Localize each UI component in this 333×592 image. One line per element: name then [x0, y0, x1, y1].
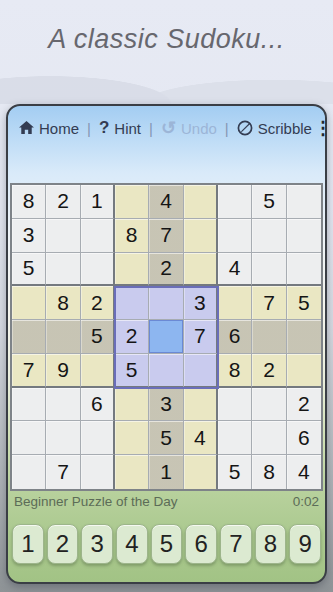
cell-r3c1[interactable]: 5: [12, 253, 46, 287]
cell-r2c8[interactable]: [252, 219, 286, 253]
numpad-button-9[interactable]: 9: [289, 524, 321, 564]
cell-r3c5[interactable]: 2: [149, 253, 183, 287]
cell-r2c1[interactable]: 3: [12, 219, 46, 253]
cell-r4c6[interactable]: 3: [184, 286, 218, 320]
cell-r5c6[interactable]: 7: [184, 320, 218, 354]
cell-r3c2[interactable]: [46, 253, 80, 287]
cell-r5c3[interactable]: 5: [81, 320, 115, 354]
toolbar-separator: |: [87, 120, 91, 137]
background-hills: [0, 58, 333, 104]
cell-r2c3[interactable]: [81, 219, 115, 253]
cell-r1c6[interactable]: [184, 185, 218, 219]
cell-r1c1[interactable]: 8: [12, 185, 46, 219]
toolbar: Home | ? Hint | ↺ Undo | Scribble ⋮: [8, 106, 325, 150]
cell-r1c2[interactable]: 2: [46, 185, 80, 219]
cell-r9c8[interactable]: 8: [252, 455, 286, 489]
cell-r5c7[interactable]: 6: [218, 320, 252, 354]
cell-r9c6[interactable]: [184, 455, 218, 489]
sudoku-grid: 821453875248237552767958263254671584: [10, 183, 323, 491]
cell-r6c3[interactable]: [81, 354, 115, 388]
status-bar: Beginner Puzzle of the Day 0:02: [8, 491, 325, 509]
hint-label: Hint: [114, 120, 141, 137]
cell-r4c3[interactable]: 2: [81, 286, 115, 320]
cell-r1c3[interactable]: 1: [81, 185, 115, 219]
cell-r4c9[interactable]: 5: [287, 286, 321, 320]
undo-label: Undo: [181, 120, 217, 137]
cell-r2c7[interactable]: [218, 219, 252, 253]
numpad-button-1[interactable]: 1: [12, 524, 44, 564]
cell-r7c9[interactable]: 2: [287, 388, 321, 422]
toolbar-separator: |: [149, 120, 153, 137]
cell-r3c8[interactable]: [252, 253, 286, 287]
cell-r6c9[interactable]: [287, 354, 321, 388]
undo-icon: ↺: [161, 121, 176, 135]
cell-r9c9[interactable]: 4: [287, 455, 321, 489]
cell-r2c2[interactable]: [46, 219, 80, 253]
cell-r2c4[interactable]: 8: [115, 219, 149, 253]
page-title: A classic Sudoku...: [0, 24, 333, 55]
cell-r8c8[interactable]: [252, 421, 286, 455]
cell-r8c2[interactable]: [46, 421, 80, 455]
cell-r5c8[interactable]: [252, 320, 286, 354]
cell-r8c3[interactable]: [81, 421, 115, 455]
cell-r7c6[interactable]: [184, 388, 218, 422]
cell-r8c6[interactable]: 4: [184, 421, 218, 455]
cell-r7c2[interactable]: [46, 388, 80, 422]
home-label: Home: [39, 120, 79, 137]
numpad-button-4[interactable]: 4: [116, 524, 148, 564]
cell-r9c7[interactable]: 5: [218, 455, 252, 489]
cell-r4c8[interactable]: 7: [252, 286, 286, 320]
hint-button[interactable]: ? Hint: [99, 118, 141, 138]
cell-r9c2[interactable]: 7: [46, 455, 80, 489]
cell-r8c5[interactable]: 5: [149, 421, 183, 455]
cell-r6c6[interactable]: [184, 354, 218, 388]
cell-r3c7[interactable]: 4: [218, 253, 252, 287]
numpad-button-8[interactable]: 8: [255, 524, 287, 564]
cell-r3c4[interactable]: [115, 253, 149, 287]
cell-r2c5[interactable]: 7: [149, 219, 183, 253]
cell-r1c9[interactable]: [287, 185, 321, 219]
cell-r6c2[interactable]: 9: [46, 354, 80, 388]
cell-r1c4[interactable]: [115, 185, 149, 219]
cell-r5c9[interactable]: [287, 320, 321, 354]
cell-r6c4[interactable]: 5: [115, 354, 149, 388]
cell-r4c5[interactable]: [149, 286, 183, 320]
cell-r7c7[interactable]: [218, 388, 252, 422]
cell-r2c6[interactable]: [184, 219, 218, 253]
cell-r1c5[interactable]: 4: [149, 185, 183, 219]
cell-r3c9[interactable]: [287, 253, 321, 287]
cell-r8c9[interactable]: 6: [287, 421, 321, 455]
cell-r8c4[interactable]: [115, 421, 149, 455]
game-card: Home | ? Hint | ↺ Undo | Scribble ⋮: [6, 104, 327, 584]
cell-r4c7[interactable]: [218, 286, 252, 320]
cell-r7c1[interactable]: [12, 388, 46, 422]
cell-r8c7[interactable]: [218, 421, 252, 455]
home-button[interactable]: Home: [19, 120, 79, 137]
numpad-button-2[interactable]: 2: [47, 524, 79, 564]
cell-r9c1[interactable]: [12, 455, 46, 489]
cell-r9c4[interactable]: [115, 455, 149, 489]
cell-r4c2[interactable]: 8: [46, 286, 80, 320]
cell-r2c9[interactable]: [287, 219, 321, 253]
board-area: 821453875248237552767958263254671584: [10, 183, 323, 491]
timer: 0:02: [293, 494, 319, 509]
cell-r5c5[interactable]: [149, 320, 183, 354]
scribble-label: Scribble: [258, 120, 312, 137]
kebab-menu-button[interactable]: ⋮: [312, 120, 327, 136]
cell-r7c4[interactable]: [115, 388, 149, 422]
toolbar-separator: |: [225, 120, 229, 137]
cell-r5c1[interactable]: [12, 320, 46, 354]
cell-r1c8[interactable]: 5: [252, 185, 286, 219]
cell-r5c4[interactable]: 2: [115, 320, 149, 354]
cell-r6c7[interactable]: 8: [218, 354, 252, 388]
cell-r8c1[interactable]: [12, 421, 46, 455]
cell-r6c1[interactable]: 7: [12, 354, 46, 388]
scribble-button[interactable]: Scribble: [237, 120, 312, 137]
undo-button[interactable]: ↺ Undo: [161, 120, 217, 137]
cell-r3c3[interactable]: [81, 253, 115, 287]
numpad-button-3[interactable]: 3: [81, 524, 113, 564]
cell-r7c5[interactable]: 3: [149, 388, 183, 422]
cell-r4c4[interactable]: [115, 286, 149, 320]
cell-r7c3[interactable]: 6: [81, 388, 115, 422]
cell-r9c5[interactable]: 1: [149, 455, 183, 489]
numpad: 123456789: [8, 509, 325, 564]
cell-r6c5[interactable]: [149, 354, 183, 388]
numpad-button-7[interactable]: 7: [220, 524, 252, 564]
puzzle-name-label: Beginner Puzzle of the Day: [14, 494, 178, 509]
cell-r4c1[interactable]: [12, 286, 46, 320]
home-icon: [19, 121, 34, 135]
cell-r7c8[interactable]: [252, 388, 286, 422]
hint-icon: ?: [99, 118, 109, 138]
scribble-icon: [237, 120, 253, 136]
cell-r3c6[interactable]: [184, 253, 218, 287]
cell-r5c2[interactable]: [46, 320, 80, 354]
cell-r6c8[interactable]: 2: [252, 354, 286, 388]
numpad-button-5[interactable]: 5: [151, 524, 183, 564]
numpad-button-6[interactable]: 6: [185, 524, 217, 564]
cell-r9c3[interactable]: [81, 455, 115, 489]
cell-r1c7[interactable]: [218, 185, 252, 219]
